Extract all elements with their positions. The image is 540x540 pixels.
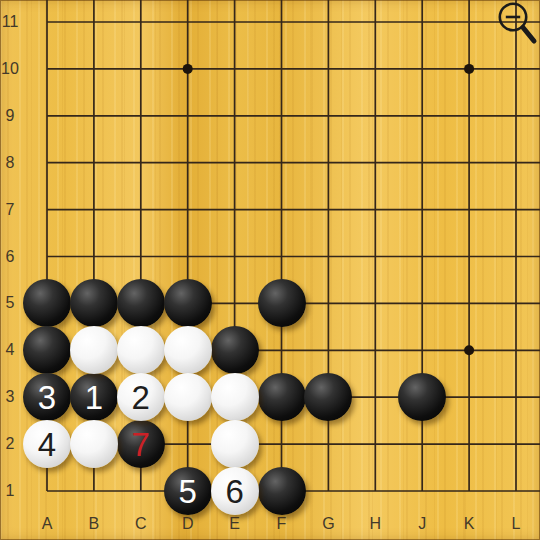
stone-black-G3 (304, 373, 352, 421)
move-number-1: 1 (85, 381, 103, 414)
zoom-out-button[interactable] (492, 0, 538, 48)
stone-black-E4 (211, 326, 259, 374)
stone-black-F5 (258, 279, 306, 327)
stone-black-A4 (23, 326, 71, 374)
move-number-4: 4 (38, 428, 56, 461)
stone-black-C5 (117, 279, 165, 327)
stone-white-B4 (70, 326, 118, 374)
stone-white-B2 (70, 420, 118, 468)
stone-white-E2 (211, 420, 259, 468)
stone-white-D4 (164, 326, 212, 374)
stone-white-E1: 6 (211, 467, 259, 515)
stone-white-D3 (164, 373, 212, 421)
stone-black-D1: 5 (164, 467, 212, 515)
move-number-3: 3 (38, 381, 56, 414)
move-number-6: 6 (225, 475, 243, 508)
go-app-screen: ABCDEFGHJKL1110987654321 3175246 (0, 0, 540, 540)
stone-white-A2: 4 (23, 420, 71, 468)
go-board[interactable]: 3175246 (0, 0, 540, 540)
stone-black-F3 (258, 373, 306, 421)
stone-white-E3 (211, 373, 259, 421)
stone-black-D5 (164, 279, 212, 327)
move-number-7: 7 (132, 428, 150, 461)
stone-black-B3: 1 (70, 373, 118, 421)
stone-black-J3 (398, 373, 446, 421)
move-number-5: 5 (179, 475, 197, 508)
stone-black-B5 (70, 279, 118, 327)
stone-white-C3: 2 (117, 373, 165, 421)
stone-white-C4 (117, 326, 165, 374)
stone-black-A5 (23, 279, 71, 327)
stone-black-F1 (258, 467, 306, 515)
move-number-2: 2 (132, 381, 150, 414)
magnifier-minus-icon (492, 0, 538, 48)
stone-black-C2: 7 (117, 420, 165, 468)
stone-black-A3: 3 (23, 373, 71, 421)
